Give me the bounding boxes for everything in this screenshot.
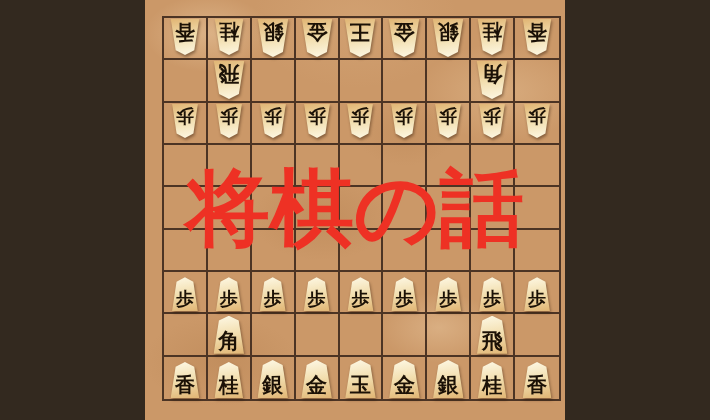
piece-gote-silver[interactable]: 銀	[256, 19, 289, 57]
board-cell[interactable]: 香	[515, 18, 559, 60]
piece-kanji: 桂	[219, 19, 239, 42]
board-cell[interactable]	[164, 314, 208, 356]
piece-kanji: 桂	[482, 19, 502, 42]
board-cell[interactable]: 歩	[471, 103, 515, 145]
board-cell[interactable]: 歩	[164, 272, 208, 314]
piece-kanji: 歩	[395, 104, 413, 125]
board-cell[interactable]	[164, 60, 208, 102]
koma-shape: 歩	[303, 277, 331, 311]
piece-kanji: 銀	[262, 19, 283, 43]
board-cell[interactable]: 歩	[383, 103, 427, 145]
piece-gote-pawn[interactable]: 歩	[346, 104, 374, 138]
koma-shape: 角	[476, 61, 509, 99]
piece-kanji: 香	[527, 19, 547, 42]
piece-kanji: 角	[218, 330, 239, 354]
piece-kanji: 歩	[176, 290, 194, 311]
piece-gote-pawn[interactable]: 歩	[215, 104, 243, 138]
piece-kanji: 歩	[264, 104, 282, 125]
koma-shape: 歩	[215, 104, 243, 138]
koma-shape: 銀	[256, 19, 289, 57]
koma-shape: 飛	[476, 316, 509, 354]
board-cell[interactable]: 香	[515, 357, 559, 399]
piece-gote-pawn[interactable]: 歩	[259, 104, 287, 138]
board-cell[interactable]: 歩	[296, 272, 340, 314]
koma-shape: 桂	[213, 362, 244, 398]
koma-shape: 金	[388, 360, 421, 398]
koma-shape: 歩	[171, 104, 199, 138]
piece-kanji: 金	[394, 19, 415, 43]
koma-shape: 歩	[390, 277, 418, 311]
koma-shape: 歩	[215, 277, 243, 311]
koma-shape: 歩	[259, 277, 287, 311]
piece-sente-bishop[interactable]: 角	[212, 316, 245, 354]
thumbnail-canvas: 香桂銀金王金銀桂香飛角歩歩歩歩歩歩歩歩歩歩歩歩歩歩歩歩歩歩角飛香桂銀金玉金銀桂香…	[0, 0, 710, 420]
board-cell[interactable]: 飛	[208, 60, 252, 102]
board-cell[interactable]: 歩	[296, 103, 340, 145]
board-cell[interactable]: 桂	[471, 357, 515, 399]
koma-shape: 桂	[477, 19, 508, 55]
board-cell[interactable]: 銀	[252, 357, 296, 399]
board-cell[interactable]: 歩	[252, 272, 296, 314]
koma-shape: 香	[522, 19, 553, 55]
piece-gote-gold[interactable]: 金	[388, 19, 421, 57]
board-cell[interactable]: 金	[383, 357, 427, 399]
piece-gote-knight[interactable]: 桂	[477, 19, 508, 55]
piece-gote-pawn[interactable]: 歩	[303, 104, 331, 138]
piece-kanji: 歩	[220, 290, 238, 311]
board-cell[interactable]: 玉	[340, 357, 384, 399]
koma-shape: 歩	[434, 277, 462, 311]
piece-kanji: 歩	[264, 290, 282, 311]
piece-sente-knight[interactable]: 桂	[477, 362, 508, 398]
piece-sente-pawn[interactable]: 歩	[215, 277, 243, 311]
board-cell[interactable]: 銀	[427, 18, 471, 60]
koma-shape: 角	[212, 316, 245, 354]
koma-shape: 飛	[212, 61, 245, 99]
board-cell[interactable]: 角	[208, 314, 252, 356]
piece-sente-pawn[interactable]: 歩	[523, 277, 551, 311]
piece-kanji: 金	[306, 374, 327, 398]
koma-shape: 金	[388, 19, 421, 57]
piece-kanji: 歩	[528, 104, 546, 125]
board-cell[interactable]: 桂	[208, 357, 252, 399]
piece-sente-silver[interactable]: 銀	[432, 360, 465, 398]
board-cell[interactable]: 桂	[471, 18, 515, 60]
board-cell[interactable]: 金	[296, 357, 340, 399]
koma-shape: 歩	[523, 104, 551, 138]
koma-shape: 歩	[346, 104, 374, 138]
koma-shape: 香	[169, 19, 200, 55]
board-cell[interactable]: 歩	[340, 272, 384, 314]
board-cell[interactable]	[252, 60, 296, 102]
koma-shape: 桂	[213, 19, 244, 55]
board-cell[interactable]: 銀	[427, 357, 471, 399]
piece-gote-rook[interactable]: 飛	[212, 61, 245, 99]
piece-kanji: 金	[394, 374, 415, 398]
board-cell[interactable]	[515, 314, 559, 356]
piece-kanji: 玉	[350, 374, 371, 398]
piece-sente-silver[interactable]: 銀	[256, 360, 289, 398]
piece-gote-king[interactable]: 王	[344, 19, 377, 57]
koma-shape: 歩	[259, 104, 287, 138]
board-cell[interactable]: 飛	[471, 314, 515, 356]
piece-sente-pawn[interactable]: 歩	[259, 277, 287, 311]
piece-kanji: 歩	[351, 104, 369, 125]
board-cell[interactable]: 銀	[252, 18, 296, 60]
board-cell[interactable]: 歩	[208, 103, 252, 145]
piece-sente-pawn[interactable]: 歩	[171, 277, 199, 311]
piece-gote-pawn[interactable]: 歩	[390, 104, 418, 138]
koma-shape: 歩	[390, 104, 418, 138]
piece-kanji: 歩	[351, 290, 369, 311]
koma-shape: 歩	[434, 104, 462, 138]
koma-shape: 桂	[477, 362, 508, 398]
board-cell[interactable]	[515, 60, 559, 102]
board-cell[interactable]: 歩	[252, 103, 296, 145]
piece-sente-pawn[interactable]: 歩	[303, 277, 331, 311]
koma-shape: 金	[300, 360, 333, 398]
board-cell[interactable]: 王	[340, 18, 384, 60]
piece-sente-gold[interactable]: 金	[388, 360, 421, 398]
piece-sente-pawn[interactable]: 歩	[478, 277, 506, 311]
piece-kanji: 桂	[219, 375, 239, 398]
board-cell[interactable]: 歩	[383, 272, 427, 314]
koma-shape: 銀	[432, 360, 465, 398]
koma-shape: 歩	[478, 104, 506, 138]
piece-kanji: 歩	[483, 104, 501, 125]
board-cell[interactable]: 角	[471, 60, 515, 102]
board-cell[interactable]: 歩	[208, 272, 252, 314]
piece-kanji: 銀	[262, 374, 283, 398]
piece-gote-gold[interactable]: 金	[300, 19, 333, 57]
board-cell[interactable]	[383, 314, 427, 356]
board-cell[interactable]: 香	[164, 357, 208, 399]
piece-kanji: 歩	[176, 104, 194, 125]
board-cell[interactable]: 金	[296, 18, 340, 60]
board-cell[interactable]: 香	[164, 18, 208, 60]
piece-kanji: 銀	[438, 374, 459, 398]
board-cell[interactable]	[427, 60, 471, 102]
title-overlay: 将棋の話	[186, 166, 524, 250]
koma-shape: 歩	[171, 277, 199, 311]
piece-kanji: 桂	[482, 375, 502, 398]
piece-gote-pawn[interactable]: 歩	[478, 104, 506, 138]
koma-shape: 香	[169, 362, 200, 398]
piece-sente-knight[interactable]: 桂	[213, 362, 244, 398]
board-cell[interactable]: 歩	[427, 272, 471, 314]
koma-shape: 香	[522, 362, 553, 398]
piece-kanji: 歩	[220, 104, 238, 125]
board-cell[interactable]	[252, 314, 296, 356]
koma-shape: 銀	[256, 360, 289, 398]
piece-kanji: 歩	[439, 290, 457, 311]
board-cell[interactable]	[296, 314, 340, 356]
board-cell[interactable]	[340, 60, 384, 102]
piece-gote-silver[interactable]: 銀	[432, 19, 465, 57]
piece-sente-pawn[interactable]: 歩	[434, 277, 462, 311]
koma-shape: 歩	[523, 277, 551, 311]
piece-kanji: 香	[175, 19, 195, 42]
piece-kanji: 王	[350, 19, 371, 43]
piece-sente-pawn[interactable]: 歩	[390, 277, 418, 311]
board-cell[interactable]: 歩	[471, 272, 515, 314]
koma-shape: 銀	[432, 19, 465, 57]
piece-sente-gold[interactable]: 金	[300, 360, 333, 398]
board-cell[interactable]: 歩	[340, 103, 384, 145]
piece-kanji: 飛	[218, 61, 239, 85]
koma-shape: 玉	[344, 360, 377, 398]
board-cell[interactable]	[427, 314, 471, 356]
piece-kanji: 角	[482, 61, 503, 85]
piece-sente-lance[interactable]: 香	[522, 362, 553, 398]
piece-gote-knight[interactable]: 桂	[213, 19, 244, 55]
piece-kanji: 香	[527, 375, 547, 398]
board-cell[interactable]: 歩	[515, 103, 559, 145]
board-cell[interactable]: 歩	[427, 103, 471, 145]
piece-kanji: 香	[175, 375, 195, 398]
piece-kanji: 飛	[482, 330, 503, 354]
piece-kanji: 歩	[308, 290, 326, 311]
piece-gote-pawn[interactable]: 歩	[434, 104, 462, 138]
piece-gote-bishop[interactable]: 角	[476, 61, 509, 99]
board-cell[interactable]	[340, 314, 384, 356]
piece-gote-pawn[interactable]: 歩	[171, 104, 199, 138]
piece-kanji: 歩	[528, 290, 546, 311]
board-cell[interactable]	[383, 60, 427, 102]
piece-kanji: 歩	[395, 290, 413, 311]
board-cell[interactable]: 桂	[208, 18, 252, 60]
piece-kanji: 歩	[308, 104, 326, 125]
piece-gote-pawn[interactable]: 歩	[523, 104, 551, 138]
board-cell[interactable]: 金	[383, 18, 427, 60]
board-cell[interactable]: 歩	[164, 103, 208, 145]
piece-sente-lance[interactable]: 香	[169, 362, 200, 398]
piece-kanji: 銀	[438, 19, 459, 43]
piece-kanji: 金	[306, 19, 327, 43]
piece-kanji: 歩	[439, 104, 457, 125]
koma-shape: 金	[300, 19, 333, 57]
piece-gote-lance[interactable]: 香	[169, 19, 200, 55]
piece-gote-lance[interactable]: 香	[522, 19, 553, 55]
board-cell[interactable]: 歩	[515, 272, 559, 314]
piece-sente-rook[interactable]: 飛	[476, 316, 509, 354]
board-cell[interactable]	[296, 60, 340, 102]
koma-shape: 歩	[346, 277, 374, 311]
piece-kanji: 歩	[483, 290, 501, 311]
piece-sente-king[interactable]: 玉	[344, 360, 377, 398]
koma-shape: 王	[344, 19, 377, 57]
koma-shape: 歩	[303, 104, 331, 138]
piece-sente-pawn[interactable]: 歩	[346, 277, 374, 311]
koma-shape: 歩	[478, 277, 506, 311]
